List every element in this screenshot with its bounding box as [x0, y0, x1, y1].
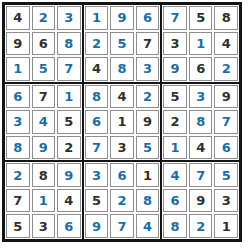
cell-r9c4[interactable]: 9 [85, 214, 109, 238]
cell-r2c7[interactable]: 3 [163, 32, 187, 56]
cell-r3c8[interactable]: 6 [189, 57, 213, 81]
cell-r1c9[interactable]: 8 [214, 6, 238, 30]
cell-r3c5[interactable]: 8 [110, 57, 134, 81]
sudoku-box-7: 289714536 [5, 162, 82, 239]
cell-r5c9[interactable]: 7 [214, 110, 238, 134]
sudoku-page: 4239681571962574837583149626713458928426… [0, 0, 250, 250]
cell-r4c3[interactable]: 1 [57, 85, 81, 109]
cell-r7c3[interactable]: 9 [57, 163, 81, 187]
sudoku-box-2: 196257483 [84, 5, 161, 82]
cell-r9c1[interactable]: 5 [6, 214, 30, 238]
cell-r8c3[interactable]: 4 [57, 189, 81, 213]
cell-r4c9[interactable]: 9 [214, 85, 238, 109]
cell-r2c1[interactable]: 9 [6, 32, 30, 56]
cell-r2c9[interactable]: 4 [214, 32, 238, 56]
cell-r5c7[interactable]: 2 [163, 110, 187, 134]
cell-r3c9[interactable]: 2 [214, 57, 238, 81]
cell-r9c2[interactable]: 3 [32, 214, 56, 238]
cell-r3c4[interactable]: 4 [85, 57, 109, 81]
cell-r1c8[interactable]: 5 [189, 6, 213, 30]
cell-r9c7[interactable]: 8 [163, 214, 187, 238]
sudoku-box-3: 758314962 [162, 5, 239, 82]
cell-r6c6[interactable]: 5 [136, 136, 160, 160]
cell-r7c2[interactable]: 8 [32, 163, 56, 187]
sudoku-box-6: 539287146 [162, 84, 239, 161]
cell-r7c9[interactable]: 5 [214, 163, 238, 187]
cell-r5c6[interactable]: 9 [136, 110, 160, 134]
cell-r1c2[interactable]: 2 [32, 6, 56, 30]
cell-r8c1[interactable]: 7 [6, 189, 30, 213]
cell-r6c8[interactable]: 4 [189, 136, 213, 160]
cell-r3c7[interactable]: 9 [163, 57, 187, 81]
cell-r5c1[interactable]: 3 [6, 110, 30, 134]
cell-r6c1[interactable]: 8 [6, 136, 30, 160]
cell-r3c1[interactable]: 1 [6, 57, 30, 81]
cell-r2c3[interactable]: 8 [57, 32, 81, 56]
cell-r7c8[interactable]: 7 [189, 163, 213, 187]
cell-r1c5[interactable]: 9 [110, 6, 134, 30]
cell-r2c6[interactable]: 7 [136, 32, 160, 56]
cell-r8c5[interactable]: 2 [110, 189, 134, 213]
cell-r8c6[interactable]: 8 [136, 189, 160, 213]
cell-r1c4[interactable]: 1 [85, 6, 109, 30]
cell-r1c7[interactable]: 7 [163, 6, 187, 30]
cell-r5c4[interactable]: 6 [85, 110, 109, 134]
cell-r9c6[interactable]: 4 [136, 214, 160, 238]
cell-r2c2[interactable]: 6 [32, 32, 56, 56]
cell-r5c2[interactable]: 4 [32, 110, 56, 134]
cell-r9c9[interactable]: 1 [214, 214, 238, 238]
cell-r6c4[interactable]: 7 [85, 136, 109, 160]
cell-r6c9[interactable]: 6 [214, 136, 238, 160]
cell-r6c7[interactable]: 1 [163, 136, 187, 160]
cell-r5c8[interactable]: 8 [189, 110, 213, 134]
cell-r8c9[interactable]: 3 [214, 189, 238, 213]
cell-r7c5[interactable]: 6 [110, 163, 134, 187]
cell-r4c5[interactable]: 4 [110, 85, 134, 109]
cell-r9c3[interactable]: 6 [57, 214, 81, 238]
cell-r7c4[interactable]: 3 [85, 163, 109, 187]
cell-r5c3[interactable]: 5 [57, 110, 81, 134]
cell-r1c3[interactable]: 3 [57, 6, 81, 30]
cell-r4c4[interactable]: 8 [85, 85, 109, 109]
sudoku-box-8: 361528974 [84, 162, 161, 239]
cell-r6c3[interactable]: 2 [57, 136, 81, 160]
sudoku-box-4: 671345892 [5, 84, 82, 161]
cell-r7c6[interactable]: 1 [136, 163, 160, 187]
sudoku-board: 4239681571962574837583149626713458928426… [2, 2, 242, 242]
cell-r1c1[interactable]: 4 [6, 6, 30, 30]
cell-r8c7[interactable]: 6 [163, 189, 187, 213]
cell-r8c2[interactable]: 1 [32, 189, 56, 213]
cell-r2c8[interactable]: 1 [189, 32, 213, 56]
cell-r9c8[interactable]: 2 [189, 214, 213, 238]
cell-r8c8[interactable]: 9 [189, 189, 213, 213]
cell-r4c2[interactable]: 7 [32, 85, 56, 109]
cell-r1c6[interactable]: 6 [136, 6, 160, 30]
cell-r4c8[interactable]: 3 [189, 85, 213, 109]
sudoku-box-5: 842619735 [84, 84, 161, 161]
cell-r8c4[interactable]: 5 [85, 189, 109, 213]
cell-r4c1[interactable]: 6 [6, 85, 30, 109]
cell-r9c5[interactable]: 7 [110, 214, 134, 238]
cell-r5c5[interactable]: 1 [110, 110, 134, 134]
cell-r7c7[interactable]: 4 [163, 163, 187, 187]
cell-r4c6[interactable]: 2 [136, 85, 160, 109]
cell-r3c3[interactable]: 7 [57, 57, 81, 81]
cell-r2c4[interactable]: 2 [85, 32, 109, 56]
cell-r7c1[interactable]: 2 [6, 163, 30, 187]
cell-r4c7[interactable]: 5 [163, 85, 187, 109]
cell-r6c2[interactable]: 9 [32, 136, 56, 160]
cell-r3c2[interactable]: 5 [32, 57, 56, 81]
cell-r3c6[interactable]: 3 [136, 57, 160, 81]
sudoku-box-9: 475693821 [162, 162, 239, 239]
cell-r6c5[interactable]: 3 [110, 136, 134, 160]
cell-r2c5[interactable]: 5 [110, 32, 134, 56]
sudoku-box-1: 423968157 [5, 5, 82, 82]
